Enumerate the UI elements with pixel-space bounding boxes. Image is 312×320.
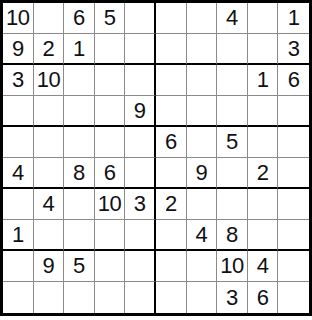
cell-r9c5[interactable] (125, 251, 156, 282)
cell-r9c8[interactable]: 10 (217, 251, 248, 282)
cell-r3c9[interactable]: 1 (248, 65, 279, 96)
cell-r4c9[interactable] (248, 96, 279, 127)
cell-r8c1[interactable]: 1 (3, 220, 34, 251)
cell-r4c5[interactable]: 9 (125, 96, 156, 127)
cell-r6c6[interactable] (156, 158, 187, 189)
given-digit: 8 (73, 162, 85, 184)
cell-r5c9[interactable] (248, 127, 279, 158)
given-digit: 1 (73, 38, 85, 60)
cell-r6c3[interactable]: 8 (64, 158, 95, 189)
cell-r8c7[interactable]: 4 (187, 220, 218, 251)
cell-r5c2[interactable] (34, 127, 65, 158)
cell-r5c7[interactable] (187, 127, 218, 158)
cell-r8c3[interactable] (64, 220, 95, 251)
cell-r7c5[interactable]: 3 (125, 189, 156, 220)
cell-r3c1[interactable]: 3 (3, 65, 34, 96)
cell-r6c7[interactable]: 9 (187, 158, 218, 189)
given-digit: 3 (226, 287, 238, 309)
cell-r10c3[interactable] (64, 282, 95, 313)
cell-r4c10[interactable] (278, 96, 309, 127)
cell-r4c4[interactable] (95, 96, 126, 127)
cell-r9c2[interactable]: 9 (34, 251, 65, 282)
given-digit: 6 (288, 69, 300, 91)
cell-r5c6[interactable]: 6 (156, 127, 187, 158)
cell-r7c1[interactable] (3, 189, 34, 220)
given-digit: 1 (257, 69, 269, 91)
cell-r9c4[interactable] (95, 251, 126, 282)
cell-r8c5[interactable] (125, 220, 156, 251)
given-digit: 2 (43, 38, 55, 60)
given-digit: 10 (220, 255, 243, 277)
cell-r3c3[interactable] (64, 65, 95, 96)
cell-r2c4[interactable] (95, 34, 126, 65)
given-digit: 3 (12, 69, 24, 91)
cell-r8c9[interactable] (248, 220, 279, 251)
given-digit: 2 (165, 193, 177, 215)
cell-r5c3[interactable] (64, 127, 95, 158)
cell-r9c3[interactable]: 5 (64, 251, 95, 282)
cell-r5c4[interactable] (95, 127, 126, 158)
cell-r7c2[interactable]: 4 (34, 189, 65, 220)
given-digit: 9 (43, 255, 55, 277)
given-digit: 10 (37, 69, 60, 91)
cell-r4c7[interactable] (187, 96, 218, 127)
cell-r5c1[interactable] (3, 127, 34, 158)
cell-r4c2[interactable] (34, 96, 65, 127)
cell-r10c10[interactable] (278, 282, 309, 313)
cell-r10c8[interactable]: 3 (217, 282, 248, 313)
cell-r9c6[interactable] (156, 251, 187, 282)
given-digit: 9 (12, 38, 24, 60)
cell-r3c4[interactable] (95, 65, 126, 96)
cell-r7c7[interactable] (187, 189, 218, 220)
cell-r7c8[interactable] (217, 189, 248, 220)
cell-r8c8[interactable]: 8 (217, 220, 248, 251)
given-digit: 9 (196, 162, 208, 184)
cell-r7c3[interactable] (64, 189, 95, 220)
cell-r1c6[interactable] (156, 3, 187, 34)
cell-r6c1[interactable]: 4 (3, 158, 34, 189)
cell-r9c9[interactable]: 4 (248, 251, 279, 282)
cell-r3c2[interactable]: 10 (34, 65, 65, 96)
cell-r3c10[interactable]: 6 (278, 65, 309, 96)
given-digit: 1 (12, 224, 24, 246)
cell-r9c7[interactable] (187, 251, 218, 282)
cell-r1c5[interactable] (125, 3, 156, 34)
cell-r9c10[interactable] (278, 251, 309, 282)
cell-r6c8[interactable] (217, 158, 248, 189)
cell-r1c1[interactable]: 10 (3, 3, 34, 34)
given-digit: 4 (196, 224, 208, 246)
cell-r10c2[interactable] (34, 282, 65, 313)
cell-r5c8[interactable]: 5 (217, 127, 248, 158)
cell-r7c6[interactable]: 2 (156, 189, 187, 220)
cell-r3c8[interactable] (217, 65, 248, 96)
given-digit: 10 (6, 7, 29, 29)
cell-r10c5[interactable] (125, 282, 156, 313)
cell-r7c9[interactable] (248, 189, 279, 220)
given-digit: 10 (98, 193, 121, 215)
cell-r1c10[interactable]: 1 (278, 3, 309, 34)
cell-r4c8[interactable] (217, 96, 248, 127)
cell-r8c4[interactable] (95, 220, 126, 251)
cell-r2c6[interactable] (156, 34, 187, 65)
cell-r8c6[interactable] (156, 220, 187, 251)
cell-r10c1[interactable] (3, 282, 34, 313)
cell-r1c7[interactable] (187, 3, 218, 34)
cell-r2c8[interactable] (217, 34, 248, 65)
cell-r6c9[interactable]: 2 (248, 158, 279, 189)
given-digit: 5 (73, 255, 85, 277)
given-digit: 3 (134, 193, 146, 215)
sudoku-grid: 10654192133101696548692410321489510436 (3, 3, 309, 313)
given-digit: 4 (257, 255, 269, 277)
cell-r4c1[interactable] (3, 96, 34, 127)
cell-r10c4[interactable] (95, 282, 126, 313)
cell-r4c6[interactable] (156, 96, 187, 127)
cell-r1c9[interactable] (248, 3, 279, 34)
cell-r6c10[interactable] (278, 158, 309, 189)
cell-r1c3[interactable]: 6 (64, 3, 95, 34)
given-digit: 4 (12, 162, 24, 184)
cell-r2c2[interactable]: 2 (34, 34, 65, 65)
cell-r2c7[interactable] (187, 34, 218, 65)
cell-r3c6[interactable] (156, 65, 187, 96)
given-digit: 5 (226, 131, 238, 153)
given-digit: 8 (226, 224, 238, 246)
cell-r4c3[interactable] (64, 96, 95, 127)
cell-r2c5[interactable] (125, 34, 156, 65)
cell-r5c5[interactable] (125, 127, 156, 158)
cell-r1c8[interactable]: 4 (217, 3, 248, 34)
cell-r1c4[interactable]: 5 (95, 3, 126, 34)
cell-r8c10[interactable] (278, 220, 309, 251)
given-digit: 1 (288, 7, 300, 29)
cell-r6c2[interactable] (34, 158, 65, 189)
cell-r2c1[interactable]: 9 (3, 34, 34, 65)
cell-r10c7[interactable] (187, 282, 218, 313)
cell-r3c7[interactable] (187, 65, 218, 96)
cell-r6c5[interactable] (125, 158, 156, 189)
cell-r7c4[interactable]: 10 (95, 189, 126, 220)
cell-r8c2[interactable] (34, 220, 65, 251)
cell-r2c9[interactable] (248, 34, 279, 65)
cell-r7c10[interactable] (278, 189, 309, 220)
given-digit: 9 (134, 100, 146, 122)
cell-r3c5[interactable] (125, 65, 156, 96)
cell-r6c4[interactable]: 6 (95, 158, 126, 189)
sudoku-board: 10654192133101696548692410321489510436 (0, 0, 312, 316)
cell-r1c2[interactable] (34, 3, 65, 34)
cell-r2c10[interactable]: 3 (278, 34, 309, 65)
given-digit: 6 (165, 131, 177, 153)
given-digit: 5 (104, 7, 116, 29)
given-digit: 3 (288, 38, 300, 60)
given-digit: 6 (257, 287, 269, 309)
given-digit: 2 (257, 162, 269, 184)
cell-r2c3[interactable]: 1 (64, 34, 95, 65)
given-digit: 4 (226, 7, 238, 29)
cell-r10c9[interactable]: 6 (248, 282, 279, 313)
cell-r10c6[interactable] (156, 282, 187, 313)
cell-r5c10[interactable] (278, 127, 309, 158)
given-digit: 6 (104, 162, 116, 184)
given-digit: 6 (73, 7, 85, 29)
cell-r9c1[interactable] (3, 251, 34, 282)
given-digit: 4 (43, 193, 55, 215)
